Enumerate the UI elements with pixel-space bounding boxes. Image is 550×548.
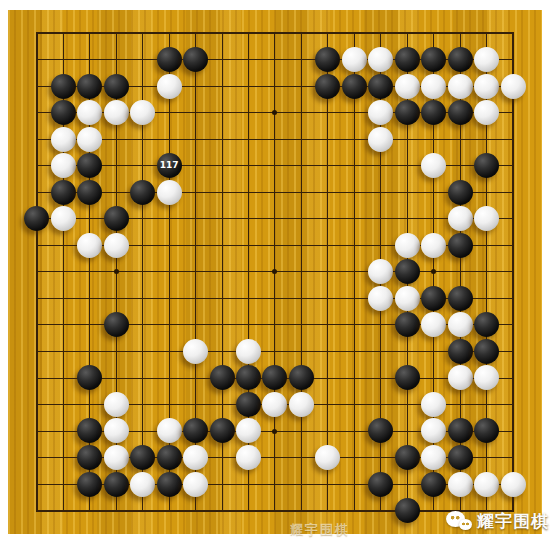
- white-stone: [236, 418, 261, 443]
- black-stone: [77, 74, 102, 99]
- wechat-icon: [446, 508, 473, 535]
- white-stone: [448, 312, 473, 337]
- board-vertical-line: [354, 32, 355, 511]
- white-stone: [421, 418, 446, 443]
- white-stone: [421, 74, 446, 99]
- white-stone: [474, 472, 499, 497]
- black-stone: [315, 47, 340, 72]
- black-stone: [130, 180, 155, 205]
- white-stone: [474, 47, 499, 72]
- black-stone: [51, 100, 76, 125]
- black-stone: [77, 418, 102, 443]
- white-stone: [342, 47, 367, 72]
- white-stone: [77, 233, 102, 258]
- black-stone: 117: [157, 153, 182, 178]
- white-stone: [77, 100, 102, 125]
- white-stone: [104, 445, 129, 470]
- white-stone: [183, 472, 208, 497]
- black-stone: [395, 445, 420, 470]
- white-stone: [368, 47, 393, 72]
- black-stone: [474, 153, 499, 178]
- black-stone: [395, 312, 420, 337]
- white-stone: [104, 418, 129, 443]
- black-stone: [448, 339, 473, 364]
- white-stone: [104, 392, 129, 417]
- star-point: [431, 269, 436, 274]
- black-stone: [51, 74, 76, 99]
- black-stone: [395, 498, 420, 523]
- white-stone: [501, 74, 526, 99]
- black-stone: [448, 418, 473, 443]
- white-stone: [315, 445, 340, 470]
- white-stone: [104, 233, 129, 258]
- white-stone: [77, 127, 102, 152]
- black-stone: [104, 312, 129, 337]
- black-stone: [77, 472, 102, 497]
- star-point: [272, 269, 277, 274]
- black-stone: [210, 418, 235, 443]
- white-stone: [474, 365, 499, 390]
- black-stone: [368, 74, 393, 99]
- black-stone: [236, 392, 261, 417]
- black-stone: [448, 100, 473, 125]
- black-stone: [77, 180, 102, 205]
- white-stone: [236, 339, 261, 364]
- black-stone: [104, 74, 129, 99]
- board-wood: 117: [8, 10, 542, 534]
- watermark-text: 耀宇围棋: [477, 510, 549, 533]
- black-stone: [210, 365, 235, 390]
- black-stone: [157, 445, 182, 470]
- go-diagram: 117 耀宇围棋 耀宇围棋: [0, 0, 550, 548]
- white-stone: [448, 365, 473, 390]
- black-stone: [236, 365, 261, 390]
- white-stone: [395, 233, 420, 258]
- star-point: [272, 110, 277, 115]
- black-stone: [421, 47, 446, 72]
- black-stone: [24, 206, 49, 231]
- white-stone: [157, 74, 182, 99]
- black-stone: [77, 445, 102, 470]
- black-stone: [77, 365, 102, 390]
- white-stone: [157, 180, 182, 205]
- white-stone: [368, 286, 393, 311]
- white-stone: [448, 206, 473, 231]
- white-stone: [183, 445, 208, 470]
- black-stone: [289, 365, 314, 390]
- white-stone: [474, 100, 499, 125]
- white-stone: [421, 392, 446, 417]
- black-stone: [395, 365, 420, 390]
- black-stone: [262, 365, 287, 390]
- white-stone: [448, 74, 473, 99]
- black-stone: [448, 445, 473, 470]
- wechat-bubble-small: [459, 519, 472, 530]
- white-stone: [474, 74, 499, 99]
- black-stone: [448, 286, 473, 311]
- black-stone: [421, 100, 446, 125]
- black-stone: [395, 47, 420, 72]
- black-stone: [157, 472, 182, 497]
- black-stone: [448, 180, 473, 205]
- white-stone: [289, 392, 314, 417]
- board-vertical-line: [512, 32, 514, 511]
- black-stone: [183, 47, 208, 72]
- board-vertical-line: [327, 32, 328, 511]
- white-stone: [421, 312, 446, 337]
- black-stone: [448, 47, 473, 72]
- star-point: [272, 429, 277, 434]
- white-stone: [368, 100, 393, 125]
- black-stone: [104, 472, 129, 497]
- white-stone: [262, 392, 287, 417]
- star-point: [114, 269, 119, 274]
- go-board: 117: [24, 20, 527, 524]
- black-stone: [474, 312, 499, 337]
- watermark: 耀宇围棋: [446, 508, 549, 535]
- white-stone: [130, 100, 155, 125]
- watermark-faint-text: 耀宇围棋: [290, 521, 350, 539]
- white-stone: [368, 127, 393, 152]
- black-stone: [342, 74, 367, 99]
- white-stone: [474, 206, 499, 231]
- white-stone: [395, 74, 420, 99]
- black-stone: [130, 445, 155, 470]
- white-stone: [395, 286, 420, 311]
- black-stone: [368, 472, 393, 497]
- white-stone: [51, 153, 76, 178]
- black-stone: [157, 47, 182, 72]
- black-stone: [77, 153, 102, 178]
- board-vertical-line: [301, 32, 302, 511]
- white-stone: [448, 472, 473, 497]
- white-stone: [421, 153, 446, 178]
- black-stone: [395, 259, 420, 284]
- black-stone: [395, 100, 420, 125]
- black-stone: [448, 233, 473, 258]
- black-stone: [421, 472, 446, 497]
- white-stone: [104, 100, 129, 125]
- black-stone: [183, 418, 208, 443]
- white-stone: [421, 445, 446, 470]
- black-stone: [474, 418, 499, 443]
- move-number-label: 117: [160, 161, 179, 170]
- white-stone: [421, 233, 446, 258]
- white-stone: [157, 418, 182, 443]
- black-stone: [368, 418, 393, 443]
- board-horizontal-line: [36, 351, 514, 352]
- board-horizontal-line: [36, 510, 514, 512]
- black-stone: [315, 74, 340, 99]
- white-stone: [130, 472, 155, 497]
- white-stone: [51, 206, 76, 231]
- white-stone: [183, 339, 208, 364]
- black-stone: [104, 206, 129, 231]
- black-stone: [51, 180, 76, 205]
- black-stone: [421, 286, 446, 311]
- white-stone: [368, 259, 393, 284]
- black-stone: [474, 339, 499, 364]
- white-stone: [51, 127, 76, 152]
- white-stone: [501, 472, 526, 497]
- white-stone: [236, 445, 261, 470]
